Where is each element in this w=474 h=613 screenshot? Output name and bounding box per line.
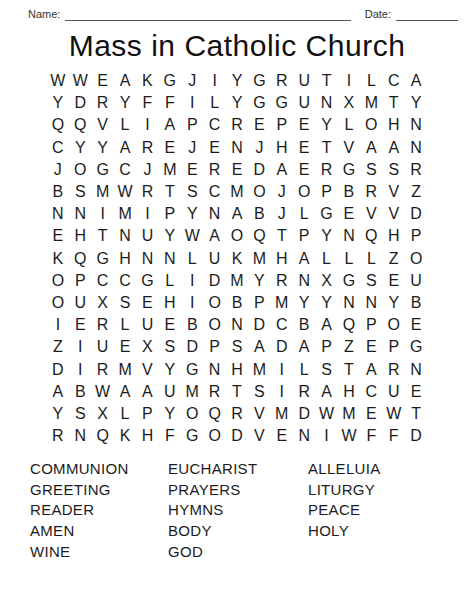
grid-cell[interactable]: C (203, 181, 225, 203)
grid-cell[interactable]: A (159, 114, 181, 136)
grid-cell[interactable]: E (159, 137, 181, 159)
grid-cell[interactable]: W (114, 181, 136, 203)
grid-cell[interactable]: N (405, 114, 427, 136)
grid-cell[interactable]: S (226, 336, 248, 358)
grid-cell[interactable]: S (315, 358, 337, 380)
grid-cell[interactable]: S (114, 292, 136, 314)
grid-cell[interactable]: R (293, 381, 315, 403)
grid-cell[interactable]: L (338, 114, 360, 136)
word-list-column: EUCHARISTPRAYERSHYMNSBODYGOD (168, 459, 308, 562)
grid-cell[interactable]: I (91, 203, 113, 225)
grid-cell[interactable]: E (226, 159, 248, 181)
grid-cell[interactable]: M (159, 159, 181, 181)
grid-cell[interactable]: R (47, 425, 69, 447)
grid-cell[interactable]: M (226, 181, 248, 203)
grid-cell[interactable]: G (91, 248, 113, 270)
grid-cell[interactable]: Y (315, 225, 337, 247)
grid-cell[interactable]: Q (360, 225, 382, 247)
grid-cell[interactable]: A (248, 336, 270, 358)
grid-cell[interactable]: W (91, 381, 113, 403)
grid-cell[interactable]: P (293, 225, 315, 247)
grid-cell[interactable]: Q (69, 248, 91, 270)
grid-cell[interactable]: P (181, 114, 203, 136)
grid-cell[interactable]: D (271, 336, 293, 358)
grid-cell[interactable]: I (69, 358, 91, 380)
grid-cell[interactable]: U (159, 381, 181, 403)
grid-cell[interactable]: R (226, 114, 248, 136)
grid-cell[interactable]: E (47, 225, 69, 247)
grid-cell[interactable]: X (136, 336, 158, 358)
grid-cell[interactable]: M (226, 270, 248, 292)
grid-cell[interactable]: B (293, 314, 315, 336)
grid-cell[interactable]: G (136, 270, 158, 292)
grid-cell[interactable]: A (136, 381, 158, 403)
grid-cell[interactable]: H (136, 425, 158, 447)
grid-cell[interactable]: J (271, 203, 293, 225)
grid-cell[interactable]: V (136, 358, 158, 380)
grid-cell[interactable]: B (226, 292, 248, 314)
grid-cell[interactable]: C (271, 314, 293, 336)
grid-cell[interactable]: Q (91, 425, 113, 447)
grid-cell[interactable]: J (47, 159, 69, 181)
grid-cell[interactable]: Y (405, 92, 427, 114)
grid-cell[interactable]: Y (159, 225, 181, 247)
grid-cell[interactable]: D (181, 336, 203, 358)
grid-cell[interactable]: Y (383, 292, 405, 314)
grid-cell[interactable]: T (383, 92, 405, 114)
grid-cell[interactable]: E (360, 403, 382, 425)
grid-cell[interactable]: W (338, 425, 360, 447)
grid-cell[interactable]: S (248, 381, 270, 403)
grid-cell[interactable]: S (69, 403, 91, 425)
grid-cell[interactable]: G (338, 270, 360, 292)
grid-cell[interactable]: P (383, 336, 405, 358)
grid-cell[interactable]: N (47, 203, 69, 225)
grid-cell[interactable]: B (405, 292, 427, 314)
grid-cell[interactable]: I (181, 92, 203, 114)
grid-cell[interactable]: I (136, 114, 158, 136)
grid-cell[interactable]: S (383, 159, 405, 181)
grid-cell[interactable]: E (360, 336, 382, 358)
grid-cell[interactable]: U (383, 381, 405, 403)
grid-cell[interactable]: B (181, 314, 203, 336)
grid-cell[interactable]: C (360, 381, 382, 403)
grid-cell[interactable]: O (47, 270, 69, 292)
grid-cell[interactable]: L (114, 314, 136, 336)
grid-cell[interactable]: Z (338, 336, 360, 358)
grid-cell[interactable]: C (47, 137, 69, 159)
grid-cell[interactable]: B (47, 181, 69, 203)
word-list-item: ALLELUIA (308, 459, 380, 480)
grid-cell[interactable]: L (338, 248, 360, 270)
grid-cell[interactable]: A (293, 336, 315, 358)
grid-cell[interactable]: E (181, 159, 203, 181)
grid-cell[interactable]: I (271, 358, 293, 380)
grid-cell[interactable]: R (91, 358, 113, 380)
grid-cell[interactable]: I (338, 70, 360, 92)
grid-cell[interactable]: A (47, 381, 69, 403)
grid-cell[interactable]: H (69, 225, 91, 247)
grid-cell[interactable]: R (226, 403, 248, 425)
name-input-line[interactable] (65, 8, 350, 21)
grid-cell[interactable]: Q (47, 114, 69, 136)
grid-cell[interactable]: C (383, 70, 405, 92)
grid-cell[interactable]: I (203, 70, 225, 92)
grid-cell[interactable]: P (315, 336, 337, 358)
grid-cell[interactable]: G (315, 203, 337, 225)
grid-cell[interactable]: N (159, 248, 181, 270)
grid-cell[interactable]: E (383, 270, 405, 292)
grid-cell[interactable]: A (114, 381, 136, 403)
grid-cell[interactable]: I (69, 336, 91, 358)
grid-cell[interactable]: C (114, 159, 136, 181)
grid-cell[interactable]: R (315, 159, 337, 181)
grid-cell[interactable]: L (181, 248, 203, 270)
word-list-item: GOD (168, 542, 308, 563)
grid-cell[interactable]: Y (159, 403, 181, 425)
grid-cell[interactable]: N (293, 425, 315, 447)
grid-cell[interactable]: Y (226, 92, 248, 114)
grid-cell[interactable]: O (69, 159, 91, 181)
grid-cell[interactable]: U (91, 336, 113, 358)
grid-cell[interactable]: N (114, 225, 136, 247)
grid-cell[interactable]: O (226, 225, 248, 247)
grid-cell[interactable]: N (360, 292, 382, 314)
worksheet-page: Name: Date: Mass in Catholic Church WWEA… (0, 0, 474, 613)
grid-cell[interactable]: R (136, 137, 158, 159)
grid-cell[interactable]: S (360, 159, 382, 181)
word-list-item: GREETING (30, 480, 168, 501)
grid-cell[interactable]: V (91, 114, 113, 136)
grid-cell[interactable]: H (383, 114, 405, 136)
grid-cell[interactable]: M (360, 92, 382, 114)
grid-cell[interactable]: S (159, 336, 181, 358)
grid-cell[interactable]: B (69, 381, 91, 403)
grid-cell[interactable]: A (271, 159, 293, 181)
grid-cell[interactable]: Y (315, 292, 337, 314)
grid-cell[interactable]: I (47, 314, 69, 336)
grid-cell[interactable]: A (226, 203, 248, 225)
grid-cell[interactable]: Y (248, 270, 270, 292)
grid-cell[interactable]: K (226, 248, 248, 270)
grid-cell[interactable]: W (383, 403, 405, 425)
grid-cell[interactable]: V (248, 425, 270, 447)
grid-cell[interactable]: O (383, 314, 405, 336)
grid-cell[interactable]: H (159, 292, 181, 314)
grid-cell[interactable]: K (114, 425, 136, 447)
grid-cell[interactable]: R (360, 181, 382, 203)
grid-cell[interactable]: R (91, 92, 113, 114)
grid-cell[interactable]: G (181, 358, 203, 380)
grid-cell[interactable]: G (271, 92, 293, 114)
grid-cell[interactable]: P (248, 292, 270, 314)
grid-cell[interactable]: Y (91, 137, 113, 159)
grid-cell[interactable]: W (47, 70, 69, 92)
grid-cell[interactable]: K (47, 248, 69, 270)
grid-cell[interactable]: A (114, 137, 136, 159)
grid-cell[interactable]: E (136, 292, 158, 314)
grid-cell[interactable]: Y (315, 114, 337, 136)
grid-cell[interactable]: G (248, 70, 270, 92)
grid-cell[interactable]: R (405, 159, 427, 181)
grid-cell[interactable]: J (248, 137, 270, 159)
grid-cell[interactable]: N (69, 203, 91, 225)
grid-cell[interactable]: L (114, 403, 136, 425)
grid-cell[interactable]: Q (203, 403, 225, 425)
grid-cell[interactable]: F (136, 92, 158, 114)
grid-cell[interactable]: C (91, 270, 113, 292)
grid-cell[interactable]: Y (47, 92, 69, 114)
grid-cell[interactable]: P (271, 114, 293, 136)
grid-cell[interactable]: R (136, 181, 158, 203)
grid-cell[interactable]: C (203, 114, 225, 136)
grid-cell[interactable]: U (69, 292, 91, 314)
grid-cell[interactable]: Z (405, 181, 427, 203)
grid-cell[interactable]: M (114, 203, 136, 225)
grid-cell[interactable]: D (293, 403, 315, 425)
grid-cell[interactable]: F (360, 425, 382, 447)
grid-cell[interactable]: M (338, 403, 360, 425)
grid-cell[interactable]: O (203, 425, 225, 447)
grid-cell[interactable]: D (203, 270, 225, 292)
grid-cell[interactable]: N (338, 225, 360, 247)
grid-cell[interactable]: Q (69, 114, 91, 136)
grid-cell[interactable]: X (91, 292, 113, 314)
grid-cell[interactable]: P (360, 314, 382, 336)
grid-cell[interactable]: P (405, 225, 427, 247)
grid-cell[interactable]: I (181, 270, 203, 292)
grid-cell[interactable]: J (271, 181, 293, 203)
grid-cell[interactable]: D (405, 203, 427, 225)
grid-cell[interactable]: W (181, 225, 203, 247)
grid-cell[interactable]: E (293, 114, 315, 136)
grid-cell[interactable]: D (248, 314, 270, 336)
grid-cell[interactable]: R (203, 159, 225, 181)
grid-cell[interactable]: T (226, 381, 248, 403)
grid-cell[interactable]: F (383, 425, 405, 447)
grid-cell[interactable]: M (114, 358, 136, 380)
grid-cell[interactable]: N (405, 358, 427, 380)
grid-cell[interactable]: Z (47, 336, 69, 358)
grid-cell[interactable]: N (69, 425, 91, 447)
grid-cell[interactable]: J (136, 159, 158, 181)
grid-cell[interactable]: O (293, 181, 315, 203)
grid-cell[interactable]: H (271, 248, 293, 270)
grid-cell[interactable]: T (315, 70, 337, 92)
grid-cell[interactable]: M (248, 358, 270, 380)
grid-cell[interactable]: T (338, 358, 360, 380)
grid-cell[interactable]: E (271, 425, 293, 447)
grid-cell[interactable]: Z (383, 248, 405, 270)
grid-cell[interactable]: T (159, 181, 181, 203)
grid-cell[interactable]: L (360, 70, 382, 92)
grid-cell[interactable]: A (293, 248, 315, 270)
grid-cell[interactable]: E (405, 381, 427, 403)
grid-cell[interactable]: O (248, 181, 270, 203)
grid-cell[interactable]: B (248, 203, 270, 225)
grid-cell[interactable]: N (136, 248, 158, 270)
grid-cell[interactable]: L (293, 203, 315, 225)
grid-cell[interactable]: O (203, 292, 225, 314)
grid-cell[interactable]: J (181, 70, 203, 92)
grid-cell[interactable]: W (315, 403, 337, 425)
word-list-column: COMMUNIONGREETINGREADERAMENWINE (30, 459, 168, 562)
grid-cell[interactable]: A (114, 70, 136, 92)
grid-cell[interactable]: E (405, 314, 427, 336)
grid-cell[interactable]: T (405, 403, 427, 425)
grid-cell[interactable]: A (315, 314, 337, 336)
grid-cell[interactable]: Y (114, 92, 136, 114)
grid-cell[interactable]: O (203, 314, 225, 336)
grid-cell[interactable]: R (271, 270, 293, 292)
grid-cell[interactable]: E (293, 137, 315, 159)
grid-cell[interactable]: E (69, 314, 91, 336)
grid-cell[interactable]: F (159, 425, 181, 447)
grid-cell[interactable]: K (136, 70, 158, 92)
grid-cell[interactable]: L (293, 358, 315, 380)
grid-cell[interactable]: A (360, 358, 382, 380)
grid-cell[interactable]: V (338, 137, 360, 159)
grid-cell[interactable]: M (248, 248, 270, 270)
word-list: COMMUNIONGREETINGREADERAMENWINEEUCHARIST… (30, 459, 474, 562)
grid-cell[interactable]: G (248, 92, 270, 114)
grid-cell[interactable]: E (114, 336, 136, 358)
grid-cell[interactable]: R (203, 381, 225, 403)
grid-cell[interactable]: V (383, 203, 405, 225)
grid-cell[interactable]: X (315, 270, 337, 292)
grid-cell[interactable]: A (383, 137, 405, 159)
grid-cell[interactable]: O (47, 292, 69, 314)
grid-cell[interactable]: N (203, 358, 225, 380)
grid-cell[interactable]: N (315, 92, 337, 114)
grid-cell[interactable]: R (383, 358, 405, 380)
grid-cell[interactable]: I (136, 203, 158, 225)
grid-cell[interactable]: N (293, 270, 315, 292)
grid-cell[interactable]: L (114, 114, 136, 136)
grid-cell[interactable]: L (360, 248, 382, 270)
grid-cell[interactable]: A (405, 70, 427, 92)
grid-cell[interactable]: O (181, 403, 203, 425)
grid-cell[interactable]: Q (248, 225, 270, 247)
grid-cell[interactable]: N (203, 203, 225, 225)
grid-cell[interactable]: X (91, 403, 113, 425)
grid-cell[interactable]: G (338, 159, 360, 181)
grid-cell[interactable]: V (360, 203, 382, 225)
grid-cell[interactable]: T (271, 225, 293, 247)
grid-cell[interactable]: G (159, 70, 181, 92)
grid-cell[interactable]: G (405, 336, 427, 358)
grid-cell[interactable]: Y (159, 358, 181, 380)
grid-cell[interactable]: L (159, 270, 181, 292)
grid-cell[interactable]: A (360, 137, 382, 159)
grid-cell[interactable]: G (181, 425, 203, 447)
grid-cell[interactable]: H (383, 225, 405, 247)
grid-cell[interactable]: V (383, 181, 405, 203)
grid-cell[interactable]: W (69, 70, 91, 92)
grid-cell[interactable]: D (226, 425, 248, 447)
grid-cell[interactable]: J (181, 137, 203, 159)
grid-cell[interactable]: E (338, 203, 360, 225)
grid-cell[interactable]: Y (181, 203, 203, 225)
grid-cell[interactable]: S (360, 270, 382, 292)
grid-cell[interactable]: P (315, 181, 337, 203)
grid-cell[interactable]: U (293, 92, 315, 114)
grid-cell[interactable]: N (405, 137, 427, 159)
grid-cell[interactable]: Q (338, 314, 360, 336)
grid-cell[interactable]: O (360, 114, 382, 136)
date-input-line[interactable] (396, 8, 458, 21)
grid-cell[interactable]: P (159, 203, 181, 225)
grid-cell[interactable]: H (226, 358, 248, 380)
grid-cell[interactable]: T (91, 225, 113, 247)
grid-cell[interactable]: M (181, 381, 203, 403)
grid-cell[interactable]: G (91, 159, 113, 181)
grid-cell[interactable]: N (338, 292, 360, 314)
grid-cell[interactable]: U (136, 314, 158, 336)
grid-cell[interactable]: M (271, 292, 293, 314)
grid-cell[interactable]: H (114, 248, 136, 270)
grid-cell[interactable]: C (114, 270, 136, 292)
grid-cell[interactable]: L (315, 248, 337, 270)
grid-cell[interactable]: U (136, 225, 158, 247)
worksheet-header: Name: Date: (0, 0, 474, 21)
grid-cell[interactable]: Y (69, 137, 91, 159)
grid-cell[interactable]: U (293, 70, 315, 92)
grid-cell[interactable]: F (159, 92, 181, 114)
grid-cell[interactable]: P (69, 270, 91, 292)
grid-cell[interactable]: P (203, 336, 225, 358)
grid-cell[interactable]: Y (226, 70, 248, 92)
grid-cell[interactable]: S (69, 181, 91, 203)
grid-cell[interactable]: L (203, 92, 225, 114)
grid-cell[interactable]: R (91, 314, 113, 336)
grid-cell[interactable]: X (338, 92, 360, 114)
grid-cell[interactable]: D (248, 159, 270, 181)
grid-cell[interactable]: V (248, 403, 270, 425)
grid-cell[interactable]: Y (47, 403, 69, 425)
grid-cell[interactable]: E (91, 70, 113, 92)
grid-cell[interactable]: Y (293, 292, 315, 314)
grid-cell[interactable]: H (271, 137, 293, 159)
grid-cell[interactable]: U (203, 248, 225, 270)
grid-cell[interactable]: S (181, 181, 203, 203)
grid-cell[interactable]: E (159, 314, 181, 336)
grid-cell[interactable]: O (405, 248, 427, 270)
grid-cell[interactable]: R (271, 70, 293, 92)
grid-cell[interactable]: I (315, 425, 337, 447)
grid-cell[interactable]: D (69, 92, 91, 114)
grid-cell[interactable]: N (226, 314, 248, 336)
grid-cell[interactable]: I (271, 381, 293, 403)
grid-cell[interactable]: M (91, 181, 113, 203)
grid-cell[interactable]: U (405, 270, 427, 292)
grid-cell[interactable]: T (315, 137, 337, 159)
grid-cell[interactable]: E (293, 159, 315, 181)
grid-cell[interactable]: E (248, 114, 270, 136)
grid-cell[interactable]: M (271, 403, 293, 425)
grid-cell[interactable]: A (203, 225, 225, 247)
grid-cell[interactable]: D (405, 425, 427, 447)
grid-cell[interactable]: P (136, 403, 158, 425)
grid-cell[interactable]: B (338, 181, 360, 203)
grid-cell[interactable]: N (226, 137, 248, 159)
grid-cell[interactable]: H (338, 381, 360, 403)
grid-cell[interactable]: D (47, 358, 69, 380)
grid-cell[interactable]: E (203, 137, 225, 159)
word-list-item: READER (30, 500, 168, 521)
grid-cell[interactable]: I (181, 292, 203, 314)
grid-cell[interactable]: A (315, 381, 337, 403)
